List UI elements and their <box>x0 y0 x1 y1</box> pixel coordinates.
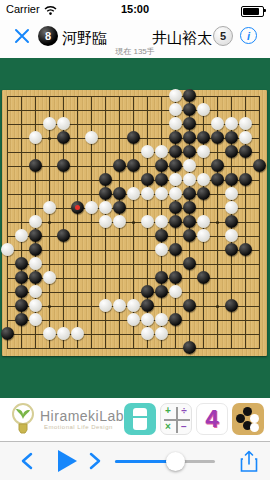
black-stone <box>183 117 196 130</box>
white-stone <box>29 299 42 312</box>
ad-banner[interactable]: HiramekiLab Emotional Life Design + ÷ × … <box>0 398 270 441</box>
black-stone <box>183 215 196 228</box>
white-stone <box>141 327 154 340</box>
black-stone <box>225 299 238 312</box>
battery-icon <box>241 6 264 17</box>
black-stone <box>183 103 196 116</box>
white-stone <box>197 229 210 242</box>
black-stone <box>225 243 238 256</box>
white-stone <box>57 117 70 130</box>
slider-thumb[interactable] <box>166 452 185 471</box>
black-stone <box>141 173 154 186</box>
white-stone <box>155 313 168 326</box>
black-stone <box>29 243 42 256</box>
black-stone <box>183 229 196 242</box>
black-stone <box>141 285 154 298</box>
white-stone <box>197 215 210 228</box>
black-stone <box>155 229 168 242</box>
black-stone <box>169 145 182 158</box>
white-stone <box>57 327 70 340</box>
black-stone <box>169 215 182 228</box>
white-stone <box>43 327 56 340</box>
white-stone <box>127 187 140 200</box>
white-stone <box>141 215 154 228</box>
black-stone <box>183 201 196 214</box>
black-stone <box>1 327 14 340</box>
black-stone <box>211 159 224 172</box>
white-stone <box>1 243 14 256</box>
white-stone <box>43 271 56 284</box>
black-stone <box>155 271 168 284</box>
black-stone <box>169 201 182 214</box>
star-point <box>216 305 219 308</box>
black-stone <box>183 341 196 354</box>
black-stone <box>197 271 210 284</box>
black-stone <box>211 131 224 144</box>
white-stone <box>197 173 210 186</box>
black-stone <box>29 229 42 242</box>
white-stone <box>183 159 196 172</box>
white-capture-badge: 5 <box>213 26 233 46</box>
white-stone <box>169 117 182 130</box>
white-stone <box>71 327 84 340</box>
black-stone <box>15 257 28 270</box>
white-stone <box>141 145 154 158</box>
white-stone <box>183 173 196 186</box>
black-stone <box>183 145 196 158</box>
star-point <box>48 137 51 140</box>
black-stone <box>57 229 70 242</box>
close-icon[interactable] <box>14 28 30 44</box>
lightbulb-icon <box>8 401 38 443</box>
white-stone <box>155 187 168 200</box>
white-stone <box>169 103 182 116</box>
white-stone <box>99 299 112 312</box>
black-stone <box>225 215 238 228</box>
black-stone <box>155 159 168 172</box>
star-point <box>132 221 135 224</box>
white-stone <box>85 201 98 214</box>
white-stone <box>29 285 42 298</box>
white-stone <box>15 229 28 242</box>
black-stone <box>169 131 182 144</box>
header-bar: 8 河野臨 井山裕太 5 現在 135手 i <box>0 20 270 58</box>
black-stone <box>15 271 28 284</box>
white-stone <box>85 131 98 144</box>
white-stone <box>127 313 140 326</box>
star-point <box>48 221 51 224</box>
status-time: 15:00 <box>0 3 270 15</box>
black-stone <box>29 159 42 172</box>
black-stone <box>225 173 238 186</box>
brand-name: HiramekiLab <box>40 408 124 424</box>
black-capture-badge: 8 <box>38 26 58 46</box>
next-move-button[interactable] <box>88 452 102 470</box>
black-stone <box>99 187 112 200</box>
black-stone <box>113 187 126 200</box>
black-stone <box>57 159 70 172</box>
white-stone <box>141 313 154 326</box>
black-stone <box>169 313 182 326</box>
white-stone <box>155 215 168 228</box>
black-stone <box>169 159 182 172</box>
white-stone <box>225 187 238 200</box>
white-stone <box>155 145 168 158</box>
play-button[interactable] <box>58 450 77 472</box>
black-stone <box>197 187 210 200</box>
black-stone <box>113 159 126 172</box>
move-slider[interactable] <box>115 460 215 463</box>
white-stone <box>127 299 140 312</box>
white-stone <box>141 187 154 200</box>
black-stone <box>141 299 154 312</box>
white-stone <box>113 215 126 228</box>
star-point <box>216 221 219 224</box>
black-stone <box>29 271 42 284</box>
white-stone <box>169 187 182 200</box>
black-stone <box>197 131 210 144</box>
share-icon[interactable] <box>240 450 258 477</box>
board[interactable] <box>2 90 267 356</box>
black-stone <box>253 159 266 172</box>
fridge-app-icon[interactable] <box>124 403 156 435</box>
white-stone <box>239 131 252 144</box>
white-stone <box>169 285 182 298</box>
white-stone <box>29 131 42 144</box>
black-stone-last-move <box>71 201 84 214</box>
white-stone <box>225 229 238 242</box>
white-stone <box>155 243 168 256</box>
white-stone <box>43 117 56 130</box>
black-stone <box>15 285 28 298</box>
black-stone <box>169 271 182 284</box>
black-stone <box>57 131 70 144</box>
white-stone <box>113 299 126 312</box>
black-stone <box>239 145 252 158</box>
board-background <box>0 58 270 398</box>
white-stone <box>43 201 56 214</box>
black-stone <box>211 173 224 186</box>
white-stone <box>99 201 112 214</box>
last-move-marker <box>75 205 80 210</box>
black-stone <box>15 299 28 312</box>
brand-tagline: Emotional Life Design <box>44 424 113 430</box>
white-stone <box>155 327 168 340</box>
black-stone <box>225 131 238 144</box>
black-stone <box>183 257 196 270</box>
black-stone <box>183 299 196 312</box>
white-stone <box>29 215 42 228</box>
previous-move-button[interactable] <box>20 452 34 470</box>
math-app-icon[interactable]: + ÷ × − <box>160 403 192 435</box>
white-stone <box>169 173 182 186</box>
black-stone <box>155 173 168 186</box>
black-stone <box>183 131 196 144</box>
black-stone <box>15 313 28 326</box>
white-stone <box>225 117 238 130</box>
white-stone <box>29 313 42 326</box>
four-app-icon[interactable]: 4 <box>196 403 228 435</box>
black-stone <box>113 201 126 214</box>
white-stone <box>239 117 252 130</box>
white-stone <box>225 201 238 214</box>
black-stone <box>183 89 196 102</box>
status-bar: Carrier 15:00 <box>0 0 270 20</box>
white-stone <box>197 145 210 158</box>
white-stone <box>169 89 182 102</box>
white-stone <box>197 103 210 116</box>
black-stone <box>225 145 238 158</box>
white-stone <box>29 257 42 270</box>
black-stone <box>99 173 112 186</box>
star-point <box>48 305 51 308</box>
go-app-icon[interactable] <box>232 403 264 435</box>
info-icon[interactable]: i <box>240 27 257 44</box>
black-stone <box>127 131 140 144</box>
black-stone <box>183 187 196 200</box>
black-stone <box>169 243 182 256</box>
white-stone <box>99 215 112 228</box>
black-stone <box>155 285 168 298</box>
playback-toolbar <box>0 441 270 480</box>
white-stone <box>211 117 224 130</box>
black-stone <box>127 159 140 172</box>
black-stone <box>239 243 252 256</box>
move-counter: 現在 135手 <box>85 46 185 57</box>
black-stone <box>239 173 252 186</box>
